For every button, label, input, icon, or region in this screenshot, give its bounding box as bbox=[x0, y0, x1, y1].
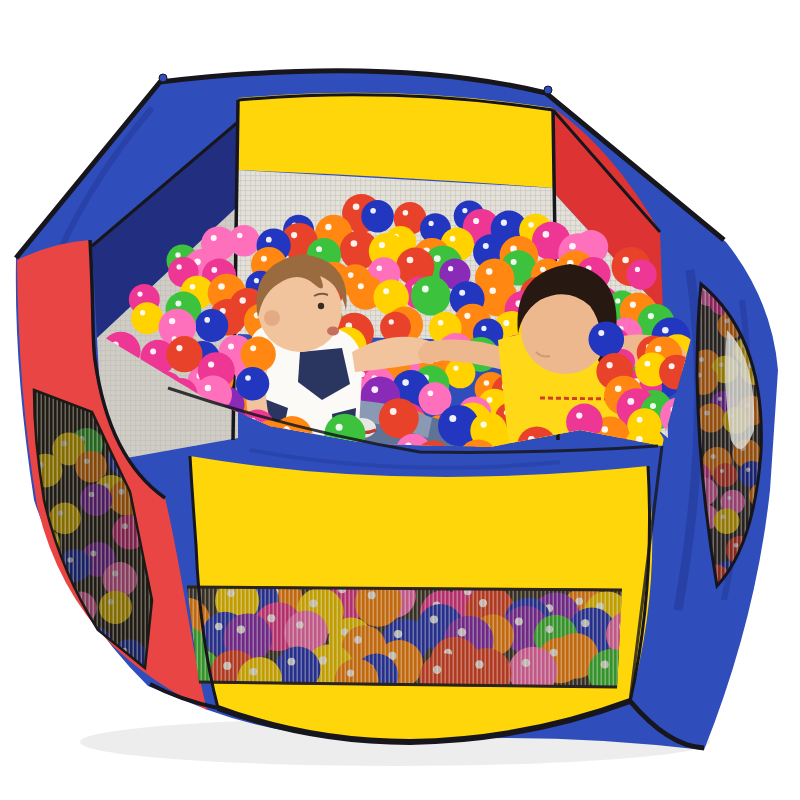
ball-highlight bbox=[40, 557, 45, 562]
left-baby-mouth bbox=[327, 327, 339, 336]
ball-highlight bbox=[266, 237, 272, 243]
ball-highlight bbox=[336, 424, 343, 431]
ball-highlight bbox=[576, 413, 582, 419]
ball-highlight bbox=[486, 268, 493, 275]
ball-highlight bbox=[390, 408, 397, 415]
ball-highlight bbox=[250, 345, 256, 351]
ball-highlight bbox=[176, 345, 182, 351]
ball-highlight bbox=[511, 259, 517, 265]
ball-highlight bbox=[237, 233, 242, 238]
ball-highlight bbox=[453, 366, 458, 371]
ball-highlight bbox=[622, 257, 629, 264]
ball-highlight bbox=[383, 288, 389, 294]
ball-highlight bbox=[245, 375, 251, 381]
ball-highlight bbox=[177, 264, 182, 269]
ball bbox=[589, 321, 625, 357]
ball-highlight bbox=[481, 326, 486, 331]
right-baby-hand bbox=[418, 344, 438, 364]
ball-highlight bbox=[175, 252, 180, 257]
ball-highlight bbox=[358, 283, 364, 289]
ball-highlight bbox=[175, 300, 181, 306]
ball-pit-tent-scene bbox=[0, 0, 800, 800]
ball-highlight bbox=[662, 327, 669, 334]
ball bbox=[28, 616, 59, 647]
ball-highlight bbox=[615, 298, 620, 303]
ball-highlight bbox=[403, 210, 409, 216]
ball bbox=[195, 309, 228, 342]
ball-highlight bbox=[481, 422, 487, 428]
ball-highlight bbox=[450, 236, 456, 242]
ball-highlight bbox=[602, 426, 609, 433]
ball-highlight bbox=[473, 218, 479, 224]
ball-highlight bbox=[348, 272, 354, 278]
ball-highlight bbox=[449, 415, 456, 422]
ball-highlight bbox=[503, 320, 509, 326]
ball-highlight bbox=[211, 235, 217, 241]
ball-highlight bbox=[353, 204, 360, 211]
ball-highlight bbox=[87, 636, 93, 642]
ball-highlight bbox=[615, 385, 622, 392]
ball-highlight bbox=[489, 287, 496, 294]
ball-highlight bbox=[402, 379, 409, 386]
ball-highlight bbox=[325, 224, 331, 230]
left-baby-ear bbox=[264, 310, 280, 326]
rim-tab bbox=[159, 74, 167, 82]
ball-highlight bbox=[228, 344, 234, 350]
product-photo bbox=[0, 0, 800, 800]
rim-tab bbox=[544, 86, 552, 94]
ball-highlight bbox=[291, 232, 297, 238]
ball bbox=[241, 337, 276, 372]
ball-highlight bbox=[637, 417, 643, 423]
ball-highlight bbox=[389, 319, 394, 324]
ball-highlight bbox=[205, 385, 211, 391]
ball-highlight bbox=[240, 297, 246, 303]
ball-highlight bbox=[218, 283, 225, 290]
ball-highlight bbox=[261, 256, 267, 262]
ball-highlight bbox=[204, 317, 210, 323]
ball-highlight bbox=[316, 246, 322, 252]
ball-highlight bbox=[650, 403, 656, 409]
ball-highlight bbox=[434, 255, 441, 262]
ball-highlight bbox=[169, 318, 175, 324]
left-baby-eye bbox=[318, 303, 324, 309]
ball-highlight bbox=[36, 624, 41, 629]
ball-highlight bbox=[35, 599, 40, 604]
ball-highlight bbox=[635, 267, 640, 272]
ball-highlight bbox=[37, 536, 42, 541]
ball-highlight bbox=[429, 221, 434, 226]
ball-highlight bbox=[598, 330, 604, 336]
ball-highlight bbox=[377, 265, 383, 271]
ball-highlight bbox=[462, 208, 467, 213]
ball-highlight bbox=[208, 361, 214, 367]
ball-highlight bbox=[254, 278, 259, 283]
ball-highlight bbox=[528, 222, 534, 228]
ball bbox=[166, 336, 202, 372]
ball-highlight bbox=[379, 242, 385, 248]
ball-highlight bbox=[211, 267, 217, 273]
ball-highlight bbox=[669, 363, 675, 369]
mesh-texture bbox=[180, 580, 630, 695]
ball-highlight bbox=[422, 286, 429, 293]
ball-highlight bbox=[370, 208, 376, 214]
ball-highlight bbox=[407, 257, 414, 264]
ball-highlight bbox=[630, 302, 636, 308]
ball-highlight bbox=[607, 362, 613, 368]
ball-highlight bbox=[543, 231, 550, 238]
ball bbox=[27, 591, 57, 621]
ball-highlight bbox=[150, 348, 156, 354]
ball bbox=[627, 260, 657, 290]
ball-highlight bbox=[190, 284, 196, 290]
ball bbox=[361, 200, 394, 233]
ball-highlight bbox=[487, 397, 493, 403]
ball-highlight bbox=[501, 220, 507, 226]
ball-highlight bbox=[140, 310, 145, 315]
ball bbox=[131, 302, 163, 334]
ball-highlight bbox=[459, 290, 465, 296]
ball bbox=[379, 398, 419, 438]
ball bbox=[236, 367, 269, 400]
ball-highlight bbox=[448, 266, 453, 271]
ball-highlight bbox=[464, 313, 470, 319]
ball-highlight bbox=[648, 313, 654, 319]
ball-highlight bbox=[438, 320, 444, 326]
ball-highlight bbox=[484, 380, 490, 386]
ball-highlight bbox=[483, 243, 489, 249]
ball-highlight bbox=[762, 288, 766, 292]
ball-highlight bbox=[655, 346, 661, 352]
ball-highlight bbox=[371, 386, 378, 393]
ball-highlight bbox=[351, 240, 358, 247]
ball-highlight bbox=[137, 292, 142, 297]
ball-highlight bbox=[645, 361, 651, 367]
ball-highlight bbox=[428, 391, 434, 397]
ball-highlight bbox=[569, 243, 576, 250]
ball-highlight bbox=[627, 398, 634, 405]
ball bbox=[411, 276, 451, 316]
